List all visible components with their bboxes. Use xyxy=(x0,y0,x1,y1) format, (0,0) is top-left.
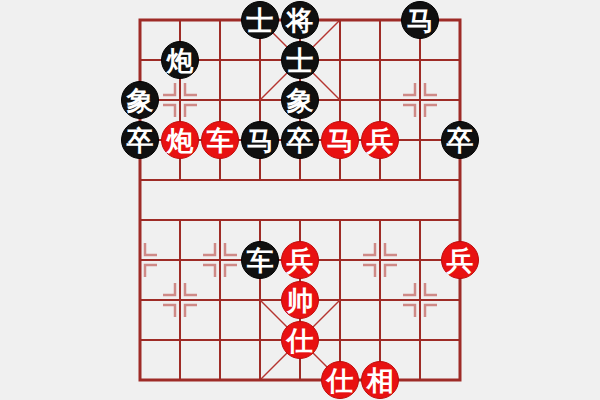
piece-black-soldier[interactable]: 卒 xyxy=(441,121,479,159)
piece-black-soldier[interactable]: 卒 xyxy=(121,121,159,159)
piece-red-horse[interactable]: 马 xyxy=(321,121,359,159)
piece-black-advisor[interactable]: 士 xyxy=(241,1,279,39)
piece-black-chariot[interactable]: 车 xyxy=(241,241,279,279)
piece-black-horse[interactable]: 马 xyxy=(401,1,439,39)
piece-black-soldier[interactable]: 卒 xyxy=(281,121,319,159)
piece-black-horse[interactable]: 马 xyxy=(241,121,279,159)
piece-red-advisor[interactable]: 仕 xyxy=(321,361,359,399)
piece-black-advisor[interactable]: 士 xyxy=(281,41,319,79)
piece-red-soldier[interactable]: 兵 xyxy=(361,121,399,159)
piece-black-cannon[interactable]: 炮 xyxy=(161,41,199,79)
piece-red-cannon[interactable]: 炮 xyxy=(161,121,199,159)
piece-red-soldier[interactable]: 兵 xyxy=(281,241,319,279)
piece-red-chariot[interactable]: 车 xyxy=(201,121,239,159)
piece-red-advisor[interactable]: 仕 xyxy=(281,321,319,359)
piece-black-elephant[interactable]: 象 xyxy=(281,81,319,119)
piece-black-elephant[interactable]: 象 xyxy=(121,81,159,119)
piece-red-elephant[interactable]: 相 xyxy=(361,361,399,399)
piece-red-soldier[interactable]: 兵 xyxy=(441,241,479,279)
piece-black-general[interactable]: 将 xyxy=(281,1,319,39)
xiangqi-board: 士将马炮士象象卒炮车马卒马兵卒车兵兵帅仕仕相 xyxy=(0,0,600,400)
piece-red-general[interactable]: 帅 xyxy=(281,281,319,319)
